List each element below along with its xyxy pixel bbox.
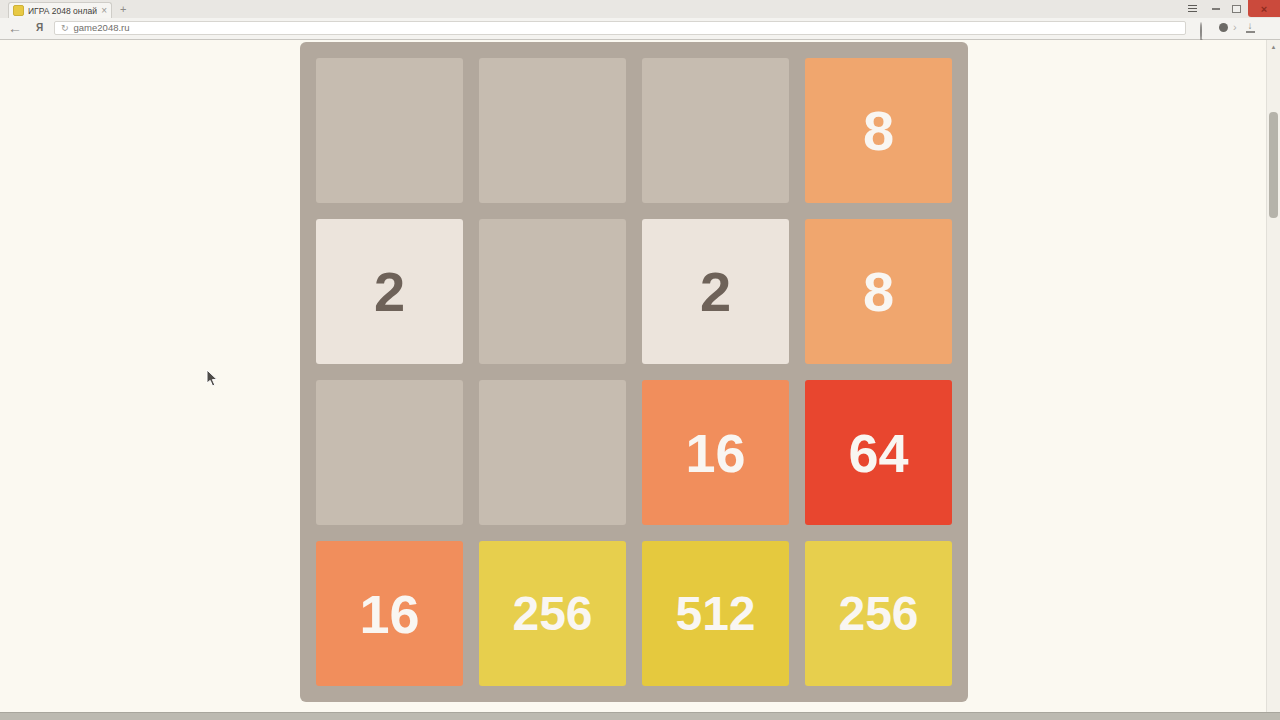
tab-title: ИГРА 2048 онлайн и...	[28, 6, 97, 16]
tile-r2c1	[479, 380, 626, 525]
minimize-button[interactable]	[1208, 0, 1224, 17]
browser-window: ИГРА 2048 онлайн и... × + × ← Я ↻ game20…	[0, 0, 1280, 720]
new-tab-button[interactable]: +	[120, 3, 126, 15]
tile-r0c0	[316, 58, 463, 203]
tile-r1c1	[479, 219, 626, 364]
tile-r1c3: 8	[805, 219, 952, 364]
tile-value: 256	[838, 590, 918, 638]
close-icon: ×	[1261, 4, 1267, 14]
minimize-icon	[1212, 8, 1220, 10]
tile-r2c3: 64	[805, 380, 952, 525]
site-icon: ↻	[61, 23, 69, 33]
tile-r2c0	[316, 380, 463, 525]
tile-value: 8	[863, 264, 894, 320]
tile-value: 8	[863, 103, 894, 159]
tab-strip: ИГРА 2048 онлайн и... × + ×	[0, 0, 1280, 18]
mouse-cursor	[206, 370, 220, 388]
browser-menu-button[interactable]	[1184, 0, 1200, 17]
tile-value: 256	[512, 590, 592, 638]
search-button[interactable]	[1200, 23, 1202, 41]
menu-icon	[1188, 5, 1197, 12]
browser-toolbar: ← Я ↻ game2048.ru › ↓	[0, 18, 1280, 40]
url-text[interactable]: game2048.ru	[74, 22, 130, 33]
tile-value: 512	[675, 590, 755, 638]
downloads-button[interactable]: ↓	[1244, 20, 1256, 33]
address-bar[interactable]: ↻ game2048.ru	[54, 21, 1186, 35]
tile-r0c2	[642, 58, 789, 203]
search-icon	[1200, 22, 1202, 41]
tile-r3c3: 256	[805, 541, 952, 686]
extension-icon[interactable]	[1219, 23, 1228, 32]
tile-value: 64	[848, 426, 908, 480]
tile-r1c2: 2	[642, 219, 789, 364]
close-window-button[interactable]: ×	[1248, 0, 1280, 17]
page-content: 8 2 2 8 16 64 16 256 512 256	[0, 40, 1280, 712]
tile-value: 2	[700, 264, 731, 320]
tile-r3c2: 512	[642, 541, 789, 686]
vertical-scrollbar[interactable]: ▲	[1266, 40, 1280, 712]
tile-value: 16	[359, 587, 419, 641]
vertical-scrollbar-thumb[interactable]	[1269, 112, 1278, 218]
back-button[interactable]: ←	[8, 20, 22, 36]
game-board-2048[interactable]: 8 2 2 8 16 64 16 256 512 256	[300, 42, 968, 702]
tile-value: 16	[685, 426, 745, 480]
tile-r3c1: 256	[479, 541, 626, 686]
maximize-icon	[1232, 5, 1241, 13]
tile-r1c0: 2	[316, 219, 463, 364]
maximize-button[interactable]	[1228, 0, 1244, 17]
download-bar-icon	[1246, 31, 1255, 33]
download-arrow-icon: ↓	[1244, 20, 1256, 31]
tile-r2c2: 16	[642, 380, 789, 525]
chevron-right-icon[interactable]: ›	[1233, 21, 1237, 33]
tab-close-icon[interactable]: ×	[101, 6, 107, 16]
browser-tab[interactable]: ИГРА 2048 онлайн и... ×	[8, 2, 112, 18]
browser-logo-icon[interactable]: Я	[36, 22, 43, 33]
scroll-up-icon[interactable]: ▲	[1267, 41, 1280, 53]
tile-r0c1	[479, 58, 626, 203]
tile-value: 2	[374, 264, 405, 320]
tile-r0c3: 8	[805, 58, 952, 203]
favicon-2048-icon	[13, 5, 24, 16]
horizontal-scrollbar[interactable]	[0, 712, 1280, 720]
tile-r3c0: 16	[316, 541, 463, 686]
